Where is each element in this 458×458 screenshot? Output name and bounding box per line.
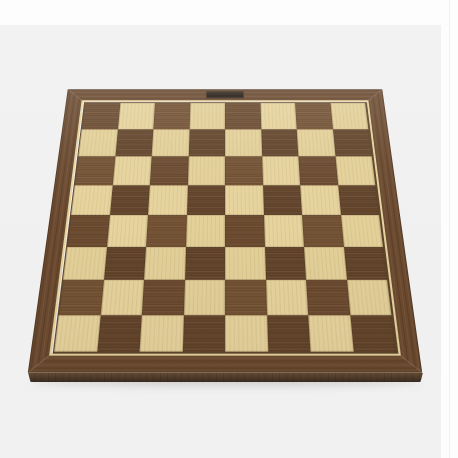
square-r2c2 — [115, 129, 153, 156]
square-r7c1 — [59, 280, 104, 315]
square-r8c3 — [140, 315, 184, 352]
square-r8c8 — [350, 315, 396, 352]
square-r1c8 — [330, 103, 368, 129]
square-r8c4 — [182, 315, 225, 352]
square-r7c2 — [100, 280, 144, 315]
square-r8c5 — [225, 315, 268, 352]
brand-plaque — [206, 91, 243, 98]
square-r5c1 — [67, 215, 109, 247]
square-r7c7 — [306, 280, 350, 315]
square-r2c7 — [297, 129, 335, 156]
square-r5c2 — [107, 215, 148, 247]
square-r2c4 — [188, 129, 225, 156]
square-r2c3 — [152, 129, 190, 156]
page-edge-line — [449, 0, 450, 458]
square-r1c7 — [295, 103, 332, 129]
square-r6c7 — [304, 247, 347, 280]
square-r6c5 — [225, 247, 266, 280]
square-r3c2 — [112, 156, 151, 185]
square-r6c6 — [264, 247, 306, 280]
square-r3c3 — [150, 156, 188, 185]
square-r6c4 — [184, 247, 225, 280]
square-r2c1 — [78, 129, 117, 156]
square-r4c1 — [71, 185, 112, 215]
square-r4c5 — [225, 185, 264, 215]
square-r8c2 — [97, 315, 142, 352]
square-r8c1 — [54, 315, 100, 352]
square-r4c2 — [110, 185, 150, 215]
square-r2c5 — [225, 129, 262, 156]
square-r5c8 — [341, 215, 383, 247]
board-squares — [52, 102, 398, 353]
square-r1c1 — [82, 103, 120, 129]
square-r2c6 — [261, 129, 299, 156]
square-r4c4 — [187, 185, 226, 215]
square-r6c8 — [343, 247, 387, 280]
square-r6c3 — [144, 247, 186, 280]
square-r3c7 — [298, 156, 337, 185]
square-r1c2 — [117, 103, 154, 129]
square-r7c6 — [266, 280, 309, 315]
square-r1c3 — [153, 103, 190, 129]
square-r3c1 — [75, 156, 115, 185]
square-r1c6 — [260, 103, 297, 129]
board-front-bevel — [28, 373, 423, 383]
square-r5c6 — [264, 215, 304, 247]
square-r3c4 — [187, 156, 225, 185]
square-r4c3 — [148, 185, 187, 215]
square-r4c6 — [263, 185, 302, 215]
square-r3c6 — [262, 156, 300, 185]
square-r6c1 — [63, 247, 107, 280]
square-r5c3 — [146, 215, 186, 247]
square-r1c5 — [225, 103, 261, 129]
square-r8c7 — [308, 315, 353, 352]
square-r8c6 — [267, 315, 311, 352]
square-r3c8 — [335, 156, 375, 185]
square-r1c4 — [189, 103, 225, 129]
square-r6c2 — [103, 247, 146, 280]
square-r5c4 — [186, 215, 225, 247]
square-r5c7 — [302, 215, 343, 247]
square-r5c5 — [225, 215, 264, 247]
square-r4c8 — [338, 185, 379, 215]
square-r7c4 — [183, 280, 225, 315]
square-r2c8 — [333, 129, 372, 156]
square-r7c5 — [225, 280, 267, 315]
square-r3c5 — [225, 156, 263, 185]
product-photo-stage — [0, 0, 458, 458]
chessboard — [28, 89, 422, 372]
square-r7c8 — [347, 280, 392, 315]
square-r7c3 — [142, 280, 185, 315]
square-r4c7 — [300, 185, 340, 215]
